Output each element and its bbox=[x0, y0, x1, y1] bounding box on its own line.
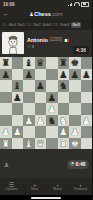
square-f1[interactable]: ♜ bbox=[58, 138, 70, 150]
square-d4[interactable] bbox=[35, 103, 47, 115]
square-b2[interactable]: ♟ bbox=[12, 126, 24, 138]
square-h6[interactable] bbox=[81, 80, 93, 92]
black-pawn: ♟ bbox=[47, 93, 56, 103]
square-b7[interactable] bbox=[12, 69, 24, 81]
opponent-name[interactable]: Antonio bbox=[27, 38, 48, 44]
status-time: 10:09 bbox=[3, 2, 15, 7]
white-knight: ♞ bbox=[59, 116, 68, 126]
white-bishop: ♝ bbox=[24, 139, 33, 149]
square-a3[interactable] bbox=[0, 115, 12, 127]
square-g4[interactable] bbox=[69, 103, 81, 115]
square-d8[interactable]: ♛ bbox=[35, 57, 47, 69]
move-token[interactable]: Bb3 bbox=[9, 23, 16, 27]
signal-icon bbox=[68, 3, 72, 6]
square-a4[interactable] bbox=[0, 103, 12, 115]
black-king: ♚ bbox=[70, 58, 79, 68]
square-b8[interactable] bbox=[12, 57, 24, 69]
square-c4[interactable] bbox=[23, 103, 35, 115]
square-e6[interactable] bbox=[46, 80, 58, 92]
square-d7[interactable] bbox=[35, 69, 47, 81]
avatar-cartoon-face bbox=[2, 32, 24, 54]
square-e8[interactable] bbox=[46, 57, 58, 69]
white-rook: ♜ bbox=[1, 139, 10, 149]
square-a2[interactable]: ♟ bbox=[0, 126, 12, 138]
black-bishop: ♝ bbox=[24, 58, 33, 68]
square-h4[interactable] bbox=[81, 103, 93, 115]
opponent-avatar[interactable] bbox=[2, 32, 24, 54]
square-g2[interactable]: ♟ bbox=[69, 126, 81, 138]
square-g1[interactable]: ♚ bbox=[69, 138, 81, 150]
nav-back[interactable]: ‹Back bbox=[46, 178, 69, 195]
black-bishop: ♝ bbox=[13, 81, 22, 91]
square-f2[interactable]: ♟ bbox=[58, 126, 70, 138]
square-b5[interactable]: ♟ bbox=[12, 92, 24, 104]
black-knight: ♞ bbox=[59, 81, 68, 91]
square-d3[interactable]: ♟ bbox=[35, 115, 47, 127]
square-a5[interactable] bbox=[0, 92, 12, 104]
home-indicator[interactable] bbox=[31, 197, 61, 199]
nav-label: Forward bbox=[74, 188, 87, 192]
opponent-details: Antonio (1200) ♘♗ 4:36 bbox=[24, 32, 90, 55]
square-f7[interactable]: ♟ bbox=[58, 69, 70, 81]
move-token[interactable]: Nxb3 bbox=[42, 23, 51, 27]
chesscom-logo: ♟ Chess .com bbox=[29, 11, 62, 17]
square-h7[interactable]: ♟ bbox=[81, 69, 93, 81]
bottom-toolbar: ☰Options＋New‹Back›Forward bbox=[0, 178, 92, 195]
square-b6[interactable]: ♝ bbox=[12, 80, 24, 92]
battery-icon bbox=[81, 2, 89, 7]
wifi-icon bbox=[74, 2, 80, 6]
black-pawn: ♟ bbox=[24, 70, 33, 80]
square-h5[interactable] bbox=[81, 92, 93, 104]
white-king: ♚ bbox=[70, 139, 79, 149]
square-e1[interactable] bbox=[46, 138, 58, 150]
app-header: ← ♟ Chess .com bbox=[0, 8, 92, 19]
square-f4[interactable] bbox=[58, 103, 70, 115]
square-c8[interactable]: ♝ bbox=[23, 57, 35, 69]
square-h8[interactable] bbox=[81, 57, 93, 69]
square-e5[interactable]: ♟ bbox=[46, 92, 58, 104]
chess-app-screen: 10:09 ← ♟ Chess .com 11.Bb3Na512.Nd2Nxb3… bbox=[0, 0, 92, 200]
nav-new[interactable]: ＋New bbox=[23, 178, 46, 195]
logo-word: Chess bbox=[34, 11, 51, 17]
current-move[interactable]: Ne3 bbox=[71, 22, 81, 28]
opponent-clock: 4:36 bbox=[73, 46, 89, 54]
status-icons bbox=[68, 2, 89, 7]
move-token[interactable]: 13. bbox=[53, 23, 59, 27]
opponent-info-row: Antonio (1200) ♘♗ 4:36 bbox=[0, 30, 92, 57]
nav-options[interactable]: ☰Options bbox=[0, 178, 23, 195]
square-h1[interactable] bbox=[81, 138, 93, 150]
white-queen: ♛ bbox=[36, 139, 45, 149]
status-bar: 10:09 bbox=[0, 0, 92, 8]
player-side-pawn-icon: ♙ bbox=[4, 163, 9, 169]
square-e2[interactable] bbox=[46, 126, 58, 138]
square-g7[interactable]: ♟ bbox=[69, 69, 81, 81]
clock-icon: ◔ bbox=[70, 162, 74, 167]
black-pawn: ♟ bbox=[70, 70, 79, 80]
gesture-bar bbox=[0, 195, 92, 200]
black-pawn: ♟ bbox=[59, 70, 68, 80]
opponent-rating: (1200) bbox=[49, 38, 62, 43]
square-d5[interactable] bbox=[35, 92, 47, 104]
move-token[interactable]: Nxb3 bbox=[60, 23, 69, 27]
white-pawn: ♟ bbox=[13, 127, 22, 137]
white-pawn: ♟ bbox=[70, 127, 79, 137]
pawn-logo-icon: ♟ bbox=[29, 11, 33, 17]
square-a1[interactable]: ♜ bbox=[0, 138, 12, 150]
square-a6[interactable] bbox=[0, 80, 12, 92]
square-a7[interactable]: ♟ bbox=[0, 69, 12, 81]
move-list-ribbon[interactable]: 11.Bb3Na512.Nd2Nxb313.Nxb3Ne3 bbox=[0, 19, 92, 30]
player-clock-time: 0:48 bbox=[75, 162, 85, 167]
black-queen: ♛ bbox=[36, 58, 45, 68]
back-button[interactable]: ← bbox=[3, 11, 9, 17]
square-f3[interactable]: ♞ bbox=[58, 115, 70, 127]
square-f6[interactable]: ♞ bbox=[58, 80, 70, 92]
square-d2[interactable] bbox=[35, 126, 47, 138]
move-token[interactable]: Nd2 bbox=[33, 23, 40, 27]
square-g8[interactable]: ♚ bbox=[69, 57, 81, 69]
white-pawn: ♟ bbox=[36, 116, 45, 126]
player-info-row: ♙ ◔ 0:48 bbox=[0, 149, 92, 178]
black-rook: ♜ bbox=[1, 58, 10, 68]
square-f8[interactable]: ♜ bbox=[58, 57, 70, 69]
white-rook: ♜ bbox=[59, 139, 68, 149]
white-pawn: ♟ bbox=[1, 127, 10, 137]
nav-label: New bbox=[31, 188, 38, 192]
white-pawn: ♟ bbox=[59, 127, 68, 137]
square-h3[interactable]: ♟ bbox=[81, 115, 93, 127]
white-pawn: ♟ bbox=[47, 104, 56, 114]
square-b4[interactable] bbox=[12, 103, 24, 115]
square-e3[interactable]: ♞ bbox=[46, 115, 58, 127]
square-c6[interactable] bbox=[23, 80, 35, 92]
square-h2[interactable] bbox=[81, 126, 93, 138]
black-pawn: ♟ bbox=[1, 70, 10, 80]
move-token[interactable]: 11. bbox=[2, 23, 7, 27]
white-pawn: ♟ bbox=[82, 116, 91, 126]
square-f5[interactable] bbox=[58, 92, 70, 104]
square-c7[interactable]: ♟ bbox=[23, 69, 35, 81]
square-c5[interactable] bbox=[23, 92, 35, 104]
square-b3[interactable] bbox=[12, 115, 24, 127]
square-d1[interactable]: ♛ bbox=[35, 138, 47, 150]
nav-label: Options bbox=[5, 188, 17, 192]
chess-board[interactable]: ♜♝♛♜♚♟♟♟♟♟♝♟♞♟♟♟♟♟♞♞♟♟♟♟♟♜♝♛♜♚ bbox=[0, 57, 92, 149]
black-knight: ♞ bbox=[47, 116, 56, 126]
nav-label: Back bbox=[54, 188, 62, 192]
nav-forward[interactable]: ›Forward bbox=[69, 178, 92, 195]
square-c3[interactable]: ♟ bbox=[23, 115, 35, 127]
square-c1[interactable]: ♝ bbox=[23, 138, 35, 150]
black-pawn: ♟ bbox=[36, 81, 45, 91]
square-e7[interactable] bbox=[46, 69, 58, 81]
player-clock: ◔ 0:48 bbox=[67, 160, 89, 169]
square-c2[interactable] bbox=[23, 126, 35, 138]
black-pawn: ♟ bbox=[82, 70, 91, 80]
square-g3[interactable] bbox=[69, 115, 81, 127]
square-g6[interactable] bbox=[69, 80, 81, 92]
logo-suffix: .com bbox=[51, 11, 63, 17]
square-b1[interactable] bbox=[12, 138, 24, 150]
black-rook: ♜ bbox=[59, 58, 68, 68]
square-g5[interactable] bbox=[69, 92, 81, 104]
square-e4[interactable]: ♟ bbox=[46, 103, 58, 115]
square-a8[interactable]: ♜ bbox=[0, 57, 12, 69]
move-token[interactable]: Na5 bbox=[17, 23, 24, 27]
country-flag-icon bbox=[64, 39, 69, 43]
move-token[interactable]: 12. bbox=[26, 23, 32, 27]
square-d6[interactable]: ♟ bbox=[35, 80, 47, 92]
black-pawn: ♟ bbox=[13, 93, 22, 103]
white-pawn: ♟ bbox=[24, 116, 33, 126]
